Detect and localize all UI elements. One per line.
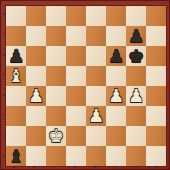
file-label-c: c: [54, 166, 56, 169]
square-g1[interactable]: [126, 146, 146, 166]
square-e4[interactable]: [86, 86, 106, 106]
rank-label-2: 2: [2, 135, 5, 138]
square-a6[interactable]: ♟: [6, 46, 26, 66]
square-h5[interactable]: [146, 66, 166, 86]
square-e7[interactable]: [86, 26, 106, 46]
piece-black-pawn[interactable]: ♟: [128, 26, 144, 46]
file-label-a: a: [13, 166, 15, 169]
square-c6[interactable]: [46, 46, 66, 66]
rank-label-3: 3: [2, 114, 5, 117]
square-e6[interactable]: [86, 46, 106, 66]
square-g4[interactable]: ♟: [126, 86, 146, 106]
square-b5[interactable]: [26, 66, 46, 86]
square-g5[interactable]: [126, 66, 146, 86]
square-c5[interactable]: [46, 66, 66, 86]
rank-label-4: 4: [2, 94, 5, 97]
square-f3[interactable]: [106, 106, 126, 126]
square-h3[interactable]: [146, 106, 166, 126]
square-c2[interactable]: ♚: [46, 126, 66, 146]
square-f8[interactable]: [106, 6, 126, 26]
chess-board: ♟♟♟♚♝♟♟♟♟♚♝: [5, 5, 167, 167]
piece-white-pawn[interactable]: ♟: [88, 106, 104, 126]
square-a5[interactable]: ♝: [6, 66, 26, 86]
square-e5[interactable]: [86, 66, 106, 86]
file-label-d: d: [74, 166, 76, 169]
square-f7[interactable]: [106, 26, 126, 46]
piece-white-bishop[interactable]: ♝: [8, 66, 24, 86]
square-g6[interactable]: ♚: [126, 46, 146, 66]
square-a3[interactable]: [6, 106, 26, 126]
piece-white-pawn[interactable]: ♟: [128, 86, 144, 106]
square-b2[interactable]: [26, 126, 46, 146]
chess-board-frame: ♟♟♟♚♝♟♟♟♟♚♝ 87654321abcdefgh: [0, 0, 170, 170]
square-h1[interactable]: [146, 146, 166, 166]
file-label-g: g: [135, 166, 137, 169]
square-f1[interactable]: [106, 146, 126, 166]
file-label-h: h: [155, 166, 157, 169]
square-g2[interactable]: [126, 126, 146, 146]
square-a7[interactable]: [6, 26, 26, 46]
piece-black-king[interactable]: ♚: [128, 46, 144, 66]
file-label-f: f: [114, 166, 115, 169]
square-b6[interactable]: [26, 46, 46, 66]
piece-white-pawn[interactable]: ♟: [28, 86, 44, 106]
square-a1[interactable]: ♝: [6, 146, 26, 166]
rank-label-6: 6: [2, 54, 5, 57]
square-c1[interactable]: [46, 146, 66, 166]
square-d5[interactable]: [66, 66, 86, 86]
square-h8[interactable]: [146, 6, 166, 26]
square-d6[interactable]: [66, 46, 86, 66]
square-a4[interactable]: [6, 86, 26, 106]
square-g3[interactable]: [126, 106, 146, 126]
square-b4[interactable]: ♟: [26, 86, 46, 106]
file-label-b: b: [33, 166, 35, 169]
piece-white-pawn[interactable]: ♟: [108, 86, 124, 106]
square-e8[interactable]: [86, 6, 106, 26]
square-f5[interactable]: [106, 66, 126, 86]
square-d8[interactable]: [66, 6, 86, 26]
square-g8[interactable]: [126, 6, 146, 26]
square-f2[interactable]: [106, 126, 126, 146]
square-e3[interactable]: ♟: [86, 106, 106, 126]
piece-black-pawn[interactable]: ♟: [8, 46, 24, 66]
square-h7[interactable]: [146, 26, 166, 46]
square-d2[interactable]: [66, 126, 86, 146]
square-e1[interactable]: [86, 146, 106, 166]
square-d3[interactable]: [66, 106, 86, 126]
square-h6[interactable]: [146, 46, 166, 66]
square-b8[interactable]: [26, 6, 46, 26]
piece-black-bishop[interactable]: ♝: [8, 146, 24, 166]
square-b1[interactable]: [26, 146, 46, 166]
rank-label-1: 1: [2, 155, 5, 158]
square-c3[interactable]: [46, 106, 66, 126]
square-a8[interactable]: [6, 6, 26, 26]
square-a2[interactable]: [6, 126, 26, 146]
rank-label-8: 8: [2, 13, 5, 16]
square-h2[interactable]: [146, 126, 166, 146]
piece-white-king[interactable]: ♚: [48, 126, 64, 146]
rank-label-7: 7: [2, 33, 5, 36]
square-g7[interactable]: ♟: [126, 26, 146, 46]
piece-black-pawn[interactable]: ♟: [108, 46, 124, 66]
square-c7[interactable]: [46, 26, 66, 46]
square-c8[interactable]: [46, 6, 66, 26]
square-b3[interactable]: [26, 106, 46, 126]
square-b7[interactable]: [26, 26, 46, 46]
square-h4[interactable]: [146, 86, 166, 106]
square-f4[interactable]: ♟: [106, 86, 126, 106]
square-c4[interactable]: [46, 86, 66, 106]
square-e2[interactable]: [86, 126, 106, 146]
square-f6[interactable]: ♟: [106, 46, 126, 66]
file-label-e: e: [94, 166, 96, 169]
square-d4[interactable]: [66, 86, 86, 106]
square-d7[interactable]: [66, 26, 86, 46]
rank-label-5: 5: [2, 74, 5, 77]
square-d1[interactable]: [66, 146, 86, 166]
